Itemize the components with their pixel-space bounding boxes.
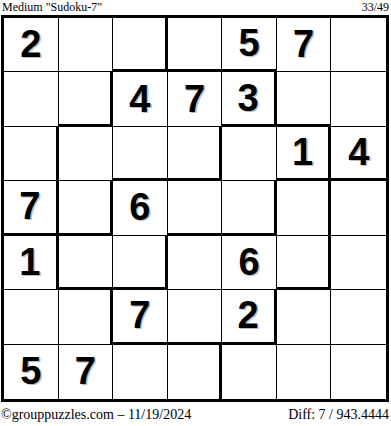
sudoku-board: 2574731476167257 [1, 15, 389, 402]
cell-r5c7[interactable] [331, 236, 386, 290]
cell-r4c5[interactable] [222, 181, 277, 235]
cell-r5c3[interactable] [113, 236, 168, 290]
cell-r6c2[interactable] [59, 290, 114, 344]
page-footer: ©grouppuzzles.com – 11/19/2024 Diff: 7 /… [1, 406, 389, 423]
cell-r5c4[interactable] [168, 236, 223, 290]
cell-r6c5[interactable]: 2 [222, 290, 277, 344]
cell-r3c1[interactable] [4, 127, 59, 181]
cell-r7c3[interactable] [113, 345, 168, 399]
cell-r3c4[interactable] [168, 127, 223, 181]
cell-r4c1[interactable]: 7 [4, 181, 59, 235]
cell-r6c7[interactable] [331, 290, 386, 344]
difficulty-text: Diff: 7 / 943.4444 [288, 406, 389, 423]
cell-r1c7[interactable] [331, 18, 386, 72]
cell-r4c2[interactable] [59, 181, 114, 235]
page-header: Medium "Sudoku-7" 33/49 [2, 0, 389, 15]
cell-r4c4[interactable] [168, 181, 223, 235]
cell-r3c6[interactable]: 1 [277, 127, 332, 181]
cell-r2c6[interactable] [277, 72, 332, 126]
cell-r7c7[interactable] [331, 345, 386, 399]
puzzle-page: Medium "Sudoku-7" 33/49 2574731476167257… [0, 0, 391, 426]
cell-r6c1[interactable] [4, 290, 59, 344]
cell-r4c6[interactable] [277, 181, 332, 235]
cell-r5c1[interactable]: 1 [4, 236, 59, 290]
cell-r3c3[interactable] [113, 127, 168, 181]
cell-r4c7[interactable] [331, 181, 386, 235]
cell-r2c3[interactable]: 4 [113, 72, 168, 126]
cell-r5c2[interactable] [59, 236, 114, 290]
cell-r1c2[interactable] [59, 18, 114, 72]
cell-r7c2[interactable]: 7 [59, 345, 114, 399]
cell-r1c4[interactable] [168, 18, 223, 72]
cell-r2c2[interactable] [59, 72, 114, 126]
cell-r5c5[interactable]: 6 [222, 236, 277, 290]
cell-r1c3[interactable] [113, 18, 168, 72]
copyright-text: ©grouppuzzles.com – 11/19/2024 [1, 406, 191, 423]
cell-r6c4[interactable] [168, 290, 223, 344]
cell-r3c5[interactable] [222, 127, 277, 181]
cell-r3c7[interactable]: 4 [331, 127, 386, 181]
cell-r4c3[interactable]: 6 [113, 181, 168, 235]
cell-r1c5[interactable]: 5 [222, 18, 277, 72]
cell-r2c5[interactable]: 3 [222, 72, 277, 126]
cell-r2c1[interactable] [4, 72, 59, 126]
cell-r1c6[interactable]: 7 [277, 18, 332, 72]
cell-r5c6[interactable] [277, 236, 332, 290]
cell-r6c6[interactable] [277, 290, 332, 344]
cell-r7c6[interactable] [277, 345, 332, 399]
progress-counter: 33/49 [362, 0, 389, 14]
cell-r2c7[interactable] [331, 72, 386, 126]
puzzle-title: Medium "Sudoku-7" [2, 0, 102, 14]
cell-r6c3[interactable]: 7 [113, 290, 168, 344]
cell-r3c2[interactable] [59, 127, 114, 181]
cell-r7c1[interactable]: 5 [4, 345, 59, 399]
cell-r1c1[interactable]: 2 [4, 18, 59, 72]
cell-r7c4[interactable] [168, 345, 223, 399]
cell-r2c4[interactable]: 7 [168, 72, 223, 126]
cell-r7c5[interactable] [222, 345, 277, 399]
